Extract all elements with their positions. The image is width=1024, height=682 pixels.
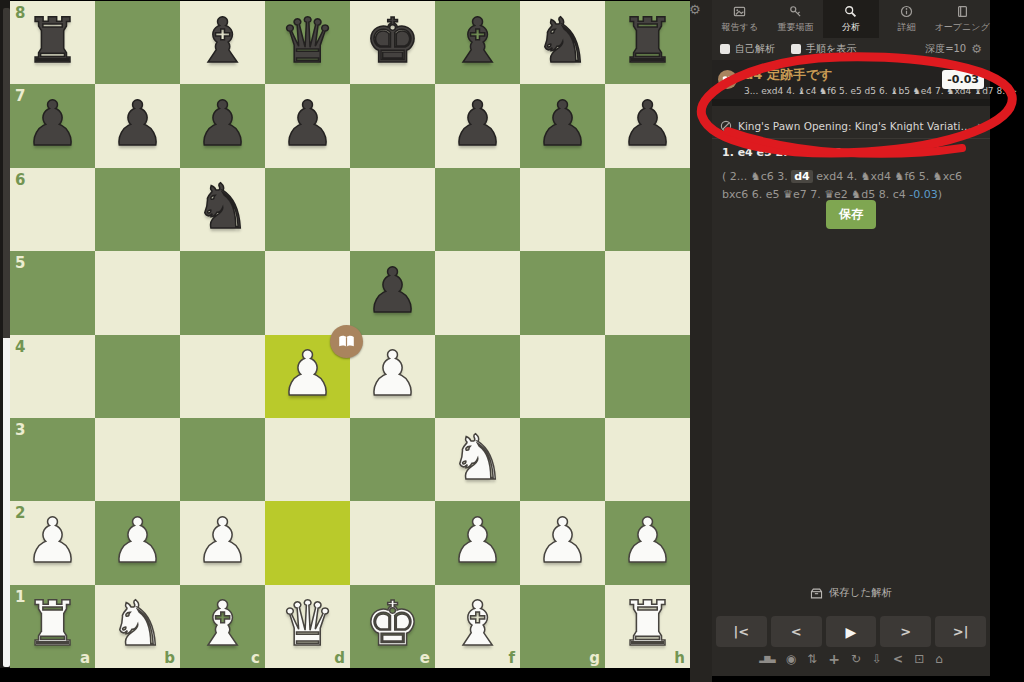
black-pawn-h7[interactable]: ♟ [620, 93, 676, 155]
white-king-e1[interactable]: ♚ [365, 593, 421, 655]
square-g7[interactable]: ♟ [520, 84, 605, 167]
square-c2[interactable]: ♟ [180, 501, 265, 584]
square-f1[interactable]: ♝f [435, 585, 520, 668]
square-g8[interactable]: ♞ [520, 1, 605, 84]
show-lines-option[interactable]: 手順を表示 [791, 42, 856, 56]
show-lines-checkbox[interactable] [791, 44, 801, 54]
square-b2[interactable]: ♟ [95, 501, 180, 584]
suggestion-move: d4 [744, 67, 762, 82]
white-pawn-g2[interactable]: ♟ [535, 510, 591, 572]
depth-label: 深度=10 [925, 42, 966, 56]
square-b6[interactable] [95, 168, 180, 251]
tab-key-moments[interactable]: 重要場面 [768, 0, 824, 38]
opening-icon [720, 120, 732, 132]
analysis-icon [844, 5, 857, 18]
square-h1[interactable]: ♜h [605, 585, 690, 668]
square-h7[interactable]: ♟ [605, 84, 690, 167]
white-knight-b1[interactable]: ♞ [110, 593, 166, 655]
square-e1[interactable]: ♚e [350, 585, 435, 668]
white-pawn-a2[interactable]: ♟ [25, 510, 81, 572]
square-f5[interactable] [435, 251, 520, 334]
opening-row[interactable]: King's Pawn Opening: King's Knight Varia… [712, 113, 990, 139]
eval-strip [0, 0, 10, 668]
square-f6[interactable] [435, 168, 520, 251]
tab-details[interactable]: 詳細 [879, 0, 935, 38]
square-e2[interactable] [350, 501, 435, 584]
saved-analysis-label: 保存した解析 [829, 586, 893, 600]
chevron-right-icon[interactable]: › [977, 119, 982, 133]
black-queen-d8[interactable]: ♛ [280, 10, 336, 72]
square-b5[interactable] [95, 251, 180, 334]
black-pawn-e5[interactable]: ♟ [365, 260, 421, 322]
tab-details-label: 詳細 [898, 21, 916, 34]
white-pawn-d4[interactable]: ♟ [280, 343, 336, 405]
square-a5[interactable]: 5 [10, 251, 95, 334]
file-label-d: d [334, 649, 345, 667]
main-line[interactable]: 1. e4 e5 2. ♞f3 ♞c6 [722, 146, 980, 159]
analysis-options: 自己解析 手順を表示 深度=10 ⚙ [712, 38, 990, 60]
tab-analysis-label: 分析 [842, 21, 860, 34]
square-c1[interactable]: ♝c [180, 585, 265, 668]
square-d3[interactable] [265, 418, 350, 501]
black-pawn-d7[interactable]: ♟ [280, 93, 336, 155]
square-e6[interactable] [350, 168, 435, 251]
black-knight-c6[interactable]: ♞ [195, 176, 251, 238]
white-pawn-e4[interactable]: ♟ [365, 343, 421, 405]
key-moments-icon [789, 5, 802, 18]
square-d5[interactable] [265, 251, 350, 334]
engine-icon[interactable]: ◉ [786, 653, 796, 665]
eval-badge: -0.03 [942, 70, 984, 89]
black-bishop-c8[interactable]: ♝ [195, 10, 251, 72]
square-d8[interactable]: ♛ [265, 1, 350, 84]
file-label-b: b [164, 649, 175, 667]
next-move-button[interactable]: > [880, 616, 931, 647]
square-c5[interactable] [180, 251, 265, 334]
current-move[interactable]: d4 [791, 170, 813, 183]
white-bishop-c1[interactable]: ♝ [195, 593, 251, 655]
saved-analysis-link[interactable]: 保存した解析 [712, 586, 990, 600]
play-button[interactable]: ▶ [826, 616, 877, 647]
square-g6[interactable] [520, 168, 605, 251]
skip-to-end-button[interactable]: >| [935, 616, 986, 647]
square-c7[interactable]: ♟ [180, 84, 265, 167]
file-label-h: h [674, 649, 685, 667]
black-pawn-b7[interactable]: ♟ [110, 93, 166, 155]
retry-icon[interactable]: ↻ [851, 653, 861, 665]
square-d1[interactable]: ♛d [265, 585, 350, 668]
white-knight-f3[interactable]: ♞ [450, 427, 506, 489]
analysis-app: ♜8♝♛♚♝♞♜♟7♟♟♟♟♟♟6♞5♟4♟♟3♞♟2♟♟♟♟♟♜1a♞b♝c♛… [0, 0, 1024, 682]
black-king-e8[interactable]: ♚ [365, 10, 421, 72]
report-icon [733, 5, 746, 18]
square-c6[interactable]: ♞ [180, 168, 265, 251]
white-pawn-h2[interactable]: ♟ [620, 510, 676, 572]
square-d7[interactable]: ♟ [265, 84, 350, 167]
previous-move-button[interactable]: < [771, 616, 822, 647]
tab-key-moments-label: 重要場面 [777, 21, 813, 34]
square-a3[interactable]: 3 [10, 418, 95, 501]
square-g5[interactable] [520, 251, 605, 334]
white-pawn-f2[interactable]: ♟ [450, 510, 506, 572]
square-a1[interactable]: ♜1a [10, 585, 95, 668]
square-g2[interactable]: ♟ [520, 501, 605, 584]
opening-name: King's Pawn Opening: King's Knight Varia… [738, 120, 971, 132]
explorer-icon[interactable]: ⌂ [935, 653, 943, 665]
square-c3[interactable] [180, 418, 265, 501]
square-g3[interactable] [520, 418, 605, 501]
share-icon[interactable]: < [893, 653, 903, 665]
tab-report-label: 報告する [722, 21, 758, 34]
suggestion-comment: 定跡手です [767, 67, 833, 82]
depth-gear-icon[interactable]: ⚙ [971, 42, 982, 56]
evaluation-bar [3, 8, 10, 667]
rank-label-6: 6 [15, 171, 25, 189]
rank-label-4: 4 [15, 338, 25, 356]
black-pawn-f7[interactable]: ♟ [450, 93, 506, 155]
black-pawn-g7[interactable]: ♟ [535, 93, 591, 155]
file-label-e: e [420, 649, 430, 667]
footer-toolbar: ▂▆▃◉⇅+↻⇩<⊡⌂ [712, 652, 990, 666]
tab-report[interactable]: 報告する [712, 0, 768, 38]
suggestion-title: d4 定跡手です [744, 67, 833, 82]
square-a6[interactable]: 6 [10, 168, 95, 251]
square-b3[interactable] [95, 418, 180, 501]
square-f4[interactable] [435, 335, 520, 418]
flip-board-icon[interactable]: ⇅ [807, 653, 817, 665]
square-b8[interactable] [95, 1, 180, 84]
engine-suggestion-row[interactable]: d4 定跡手です 3... exd4 4. ♝c4 ♞f6 5. e5 d5 6… [712, 60, 990, 106]
rank-label-5: 5 [15, 254, 25, 272]
black-knight-g8[interactable]: ♞ [535, 10, 591, 72]
square-h3[interactable] [605, 418, 690, 501]
square-f7[interactable]: ♟ [435, 84, 520, 167]
square-d2[interactable] [265, 501, 350, 584]
move-navigation: |< < ▶ > >| [716, 616, 986, 647]
file-label-a: a [80, 649, 90, 667]
square-c8[interactable]: ♝ [180, 1, 265, 84]
board-settings-gear-icon[interactable]: ⚙ [689, 2, 701, 17]
chart-icon[interactable]: ▂▆▃ [759, 655, 774, 663]
square-f2[interactable]: ♟ [435, 501, 520, 584]
chess-board[interactable]: ♜8♝♛♚♝♞♜♟7♟♟♟♟♟♟6♞5♟4♟♟3♞♟2♟♟♟♟♟♜1a♞b♝c♛… [10, 1, 690, 668]
black-bishop-f8[interactable]: ♝ [450, 10, 506, 72]
panel-tabs: 報告する 重要場面 分析 詳細 オープニング [712, 0, 990, 38]
square-e4[interactable]: ♟ [350, 335, 435, 418]
square-g4[interactable] [520, 335, 605, 418]
show-lines-label: 手順を表示 [806, 42, 856, 56]
black-rook-a8[interactable]: ♜ [25, 10, 81, 72]
analysis-panel: 報告する 重要場面 分析 詳細 オープニング 自己解析 [712, 0, 990, 676]
rank-label-7: 7 [15, 87, 25, 105]
saved-analysis-box-icon [810, 588, 823, 599]
rank-label-8: 8 [15, 4, 25, 22]
white-bishop-f1[interactable]: ♝ [450, 593, 506, 655]
square-h5[interactable] [605, 251, 690, 334]
book-move-marker [330, 325, 363, 358]
details-icon [900, 5, 913, 18]
add-icon[interactable]: + [828, 652, 840, 666]
square-e3[interactable] [350, 418, 435, 501]
suggestion-text: d4 定跡手です 3... exd4 4. ♝c4 ♞f6 5. e5 d5 6… [744, 64, 942, 96]
square-a8[interactable]: ♜8 [10, 1, 95, 84]
file-label-f: f [508, 649, 515, 667]
save-button[interactable]: 保存 [826, 200, 876, 229]
evaluation-bar-white [3, 338, 10, 668]
white-queen-d1[interactable]: ♛ [280, 593, 336, 655]
square-a7[interactable]: ♟7 [10, 84, 95, 167]
square-e5[interactable]: ♟ [350, 251, 435, 334]
square-f3[interactable]: ♞ [435, 418, 520, 501]
square-h4[interactable] [605, 335, 690, 418]
tab-openings[interactable]: オープニング [934, 0, 990, 38]
square-h8[interactable]: ♜ [605, 1, 690, 84]
rank-label-1: 1 [15, 588, 25, 606]
square-h6[interactable] [605, 168, 690, 251]
book-move-icon [718, 70, 737, 89]
variation-line[interactable]: ( 2... ♞c6 3. d4 exd4 4. ♞xd4 ♞f6 5. ♞xc… [722, 168, 980, 204]
square-a2[interactable]: ♟2 [10, 501, 95, 584]
tab-openings-label: オープニング [935, 21, 990, 34]
white-rook-h1[interactable]: ♜ [620, 593, 676, 655]
square-e7[interactable] [350, 84, 435, 167]
tab-analysis[interactable]: 分析 [823, 0, 879, 38]
square-c4[interactable] [180, 335, 265, 418]
skip-to-start-button[interactable]: |< [716, 616, 767, 647]
square-e8[interactable]: ♚ [350, 1, 435, 84]
file-label-c: c [251, 649, 260, 667]
suggestion-line: 3... exd4 4. ♝c4 ♞f6 5. e5 d5 6. ♝b5 ♞e4… [744, 86, 942, 96]
black-rook-h8[interactable]: ♜ [620, 10, 676, 72]
board-editor-icon[interactable]: ⊡ [914, 653, 924, 665]
square-b4[interactable] [95, 335, 180, 418]
rank-label-2: 2 [15, 504, 25, 522]
openings-icon [956, 5, 969, 18]
square-d6[interactable] [265, 168, 350, 251]
black-pawn-c7[interactable]: ♟ [195, 93, 251, 155]
file-label-g: g [589, 649, 600, 667]
self-analysis-checkbox[interactable] [720, 44, 730, 54]
board-panel-gutter [690, 0, 712, 682]
square-b7[interactable]: ♟ [95, 84, 180, 167]
white-rook-a1[interactable]: ♜ [25, 593, 81, 655]
self-analysis-label: 自己解析 [735, 42, 775, 56]
save-area: 保存 [712, 200, 990, 229]
rank-label-3: 3 [15, 421, 25, 439]
black-pawn-a7[interactable]: ♟ [25, 93, 81, 155]
square-f8[interactable]: ♝ [435, 1, 520, 84]
white-pawn-c2[interactable]: ♟ [195, 510, 251, 572]
square-h2[interactable]: ♟ [605, 501, 690, 584]
self-analysis-option[interactable]: 自己解析 [720, 42, 775, 56]
white-pawn-b2[interactable]: ♟ [110, 510, 166, 572]
square-g1[interactable]: g [520, 585, 605, 668]
square-a4[interactable]: 4 [10, 335, 95, 418]
download-icon[interactable]: ⇩ [872, 653, 882, 665]
square-b1[interactable]: ♞b [95, 585, 180, 668]
depth-setting[interactable]: 深度=10 ⚙ [925, 42, 982, 56]
